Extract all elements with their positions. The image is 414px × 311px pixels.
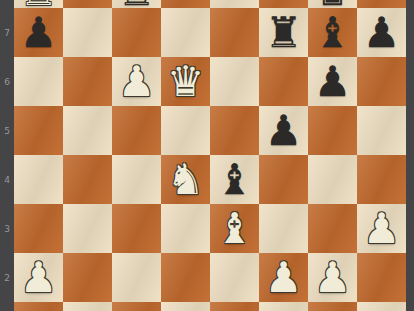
square-g5[interactable] xyxy=(308,106,357,155)
piece-black-rook-c8[interactable]: ♜ xyxy=(112,0,161,15)
square-e7[interactable] xyxy=(210,8,259,57)
square-a8[interactable]: ♜ xyxy=(14,0,63,8)
piece-white-pawn-h3[interactable]: ♟ xyxy=(357,204,406,253)
square-b1[interactable] xyxy=(63,302,112,311)
square-f4[interactable] xyxy=(259,155,308,204)
square-b3[interactable] xyxy=(63,204,112,253)
square-c2[interactable] xyxy=(112,253,161,302)
square-d8[interactable] xyxy=(161,0,210,8)
piece-white-knight-d4[interactable]: ♞ xyxy=(161,155,210,204)
square-e1[interactable] xyxy=(210,302,259,311)
square-g1[interactable] xyxy=(308,302,357,311)
square-h7[interactable]: ♟ xyxy=(357,8,406,57)
square-c6[interactable]: ♟ xyxy=(112,57,161,106)
square-c8[interactable]: ♜ xyxy=(112,0,161,8)
square-b7[interactable] xyxy=(63,8,112,57)
square-a6[interactable] xyxy=(14,57,63,106)
piece-black-pawn-a7[interactable]: ♟ xyxy=(14,8,63,57)
square-h6[interactable] xyxy=(357,57,406,106)
square-f1[interactable] xyxy=(259,302,308,311)
square-e4[interactable]: ♝ xyxy=(210,155,259,204)
square-g8[interactable]: ♚ xyxy=(308,0,357,8)
piece-white-pawn-f2[interactable]: ♟ xyxy=(259,253,308,302)
square-d3[interactable] xyxy=(161,204,210,253)
square-d4[interactable]: ♞ xyxy=(161,155,210,204)
piece-white-pawn-c6[interactable]: ♟ xyxy=(112,57,161,106)
square-c5[interactable] xyxy=(112,106,161,155)
piece-white-pawn-a2[interactable]: ♟ xyxy=(14,253,63,302)
piece-black-pawn-g6[interactable]: ♟ xyxy=(308,57,357,106)
square-g2[interactable]: ♟ xyxy=(308,253,357,302)
piece-black-pawn-f5[interactable]: ♟ xyxy=(259,106,308,155)
piece-white-bishop-e3[interactable]: ♝ xyxy=(210,204,259,253)
square-h8[interactable] xyxy=(357,0,406,8)
square-h1[interactable] xyxy=(357,302,406,311)
square-d6[interactable]: ♛ xyxy=(161,57,210,106)
square-e6[interactable] xyxy=(210,57,259,106)
rank-label-5: 5 xyxy=(0,126,14,135)
square-f2[interactable]: ♟ xyxy=(259,253,308,302)
square-b4[interactable] xyxy=(63,155,112,204)
square-c7[interactable] xyxy=(112,8,161,57)
rank-coordinates-strip: 87654321 xyxy=(0,0,14,311)
square-d7[interactable] xyxy=(161,8,210,57)
square-e5[interactable] xyxy=(210,106,259,155)
square-f6[interactable] xyxy=(259,57,308,106)
square-a3[interactable] xyxy=(14,204,63,253)
square-e2[interactable] xyxy=(210,253,259,302)
square-a7[interactable]: ♟ xyxy=(14,8,63,57)
square-e8[interactable] xyxy=(210,0,259,8)
square-d5[interactable] xyxy=(161,106,210,155)
piece-black-rook-f7[interactable]: ♜ xyxy=(259,8,308,57)
square-h5[interactable] xyxy=(357,106,406,155)
square-g4[interactable] xyxy=(308,155,357,204)
square-d2[interactable] xyxy=(161,253,210,302)
chess-board[interactable]: ♜♜♚♟♜♝♟♟♛♟♟♞♝♝♟♟♟♟ xyxy=(14,0,406,311)
square-c3[interactable] xyxy=(112,204,161,253)
square-a2[interactable]: ♟ xyxy=(14,253,63,302)
square-g7[interactable]: ♝ xyxy=(308,8,357,57)
rank-label-3: 3 xyxy=(0,224,14,233)
square-h3[interactable]: ♟ xyxy=(357,204,406,253)
square-f8[interactable] xyxy=(259,0,308,8)
square-h4[interactable] xyxy=(357,155,406,204)
rank-label-2: 2 xyxy=(0,273,14,282)
piece-black-pawn-h7[interactable]: ♟ xyxy=(357,8,406,57)
piece-black-bishop-e4[interactable]: ♝ xyxy=(210,155,259,204)
square-f3[interactable] xyxy=(259,204,308,253)
square-a5[interactable] xyxy=(14,106,63,155)
board-right-edge xyxy=(406,0,414,311)
piece-white-pawn-g2[interactable]: ♟ xyxy=(308,253,357,302)
square-b8[interactable] xyxy=(63,0,112,8)
square-b6[interactable] xyxy=(63,57,112,106)
square-g6[interactable]: ♟ xyxy=(308,57,357,106)
square-a4[interactable] xyxy=(14,155,63,204)
rank-label-7: 7 xyxy=(0,28,14,37)
square-h2[interactable] xyxy=(357,253,406,302)
square-d1[interactable] xyxy=(161,302,210,311)
rank-label-4: 4 xyxy=(0,175,14,184)
rank-label-6: 6 xyxy=(0,77,14,86)
square-a1[interactable] xyxy=(14,302,63,311)
square-e3[interactable]: ♝ xyxy=(210,204,259,253)
square-f5[interactable]: ♟ xyxy=(259,106,308,155)
chess-board-frame: ♜♜♚♟♜♝♟♟♛♟♟♞♝♝♟♟♟♟ 87654321 xyxy=(0,0,414,311)
square-c4[interactable] xyxy=(112,155,161,204)
square-f7[interactable]: ♜ xyxy=(259,8,308,57)
square-b5[interactable] xyxy=(63,106,112,155)
square-g3[interactable] xyxy=(308,204,357,253)
square-c1[interactable] xyxy=(112,302,161,311)
piece-white-queen-d6[interactable]: ♛ xyxy=(161,57,210,106)
piece-black-bishop-g7[interactable]: ♝ xyxy=(308,8,357,57)
square-b2[interactable] xyxy=(63,253,112,302)
